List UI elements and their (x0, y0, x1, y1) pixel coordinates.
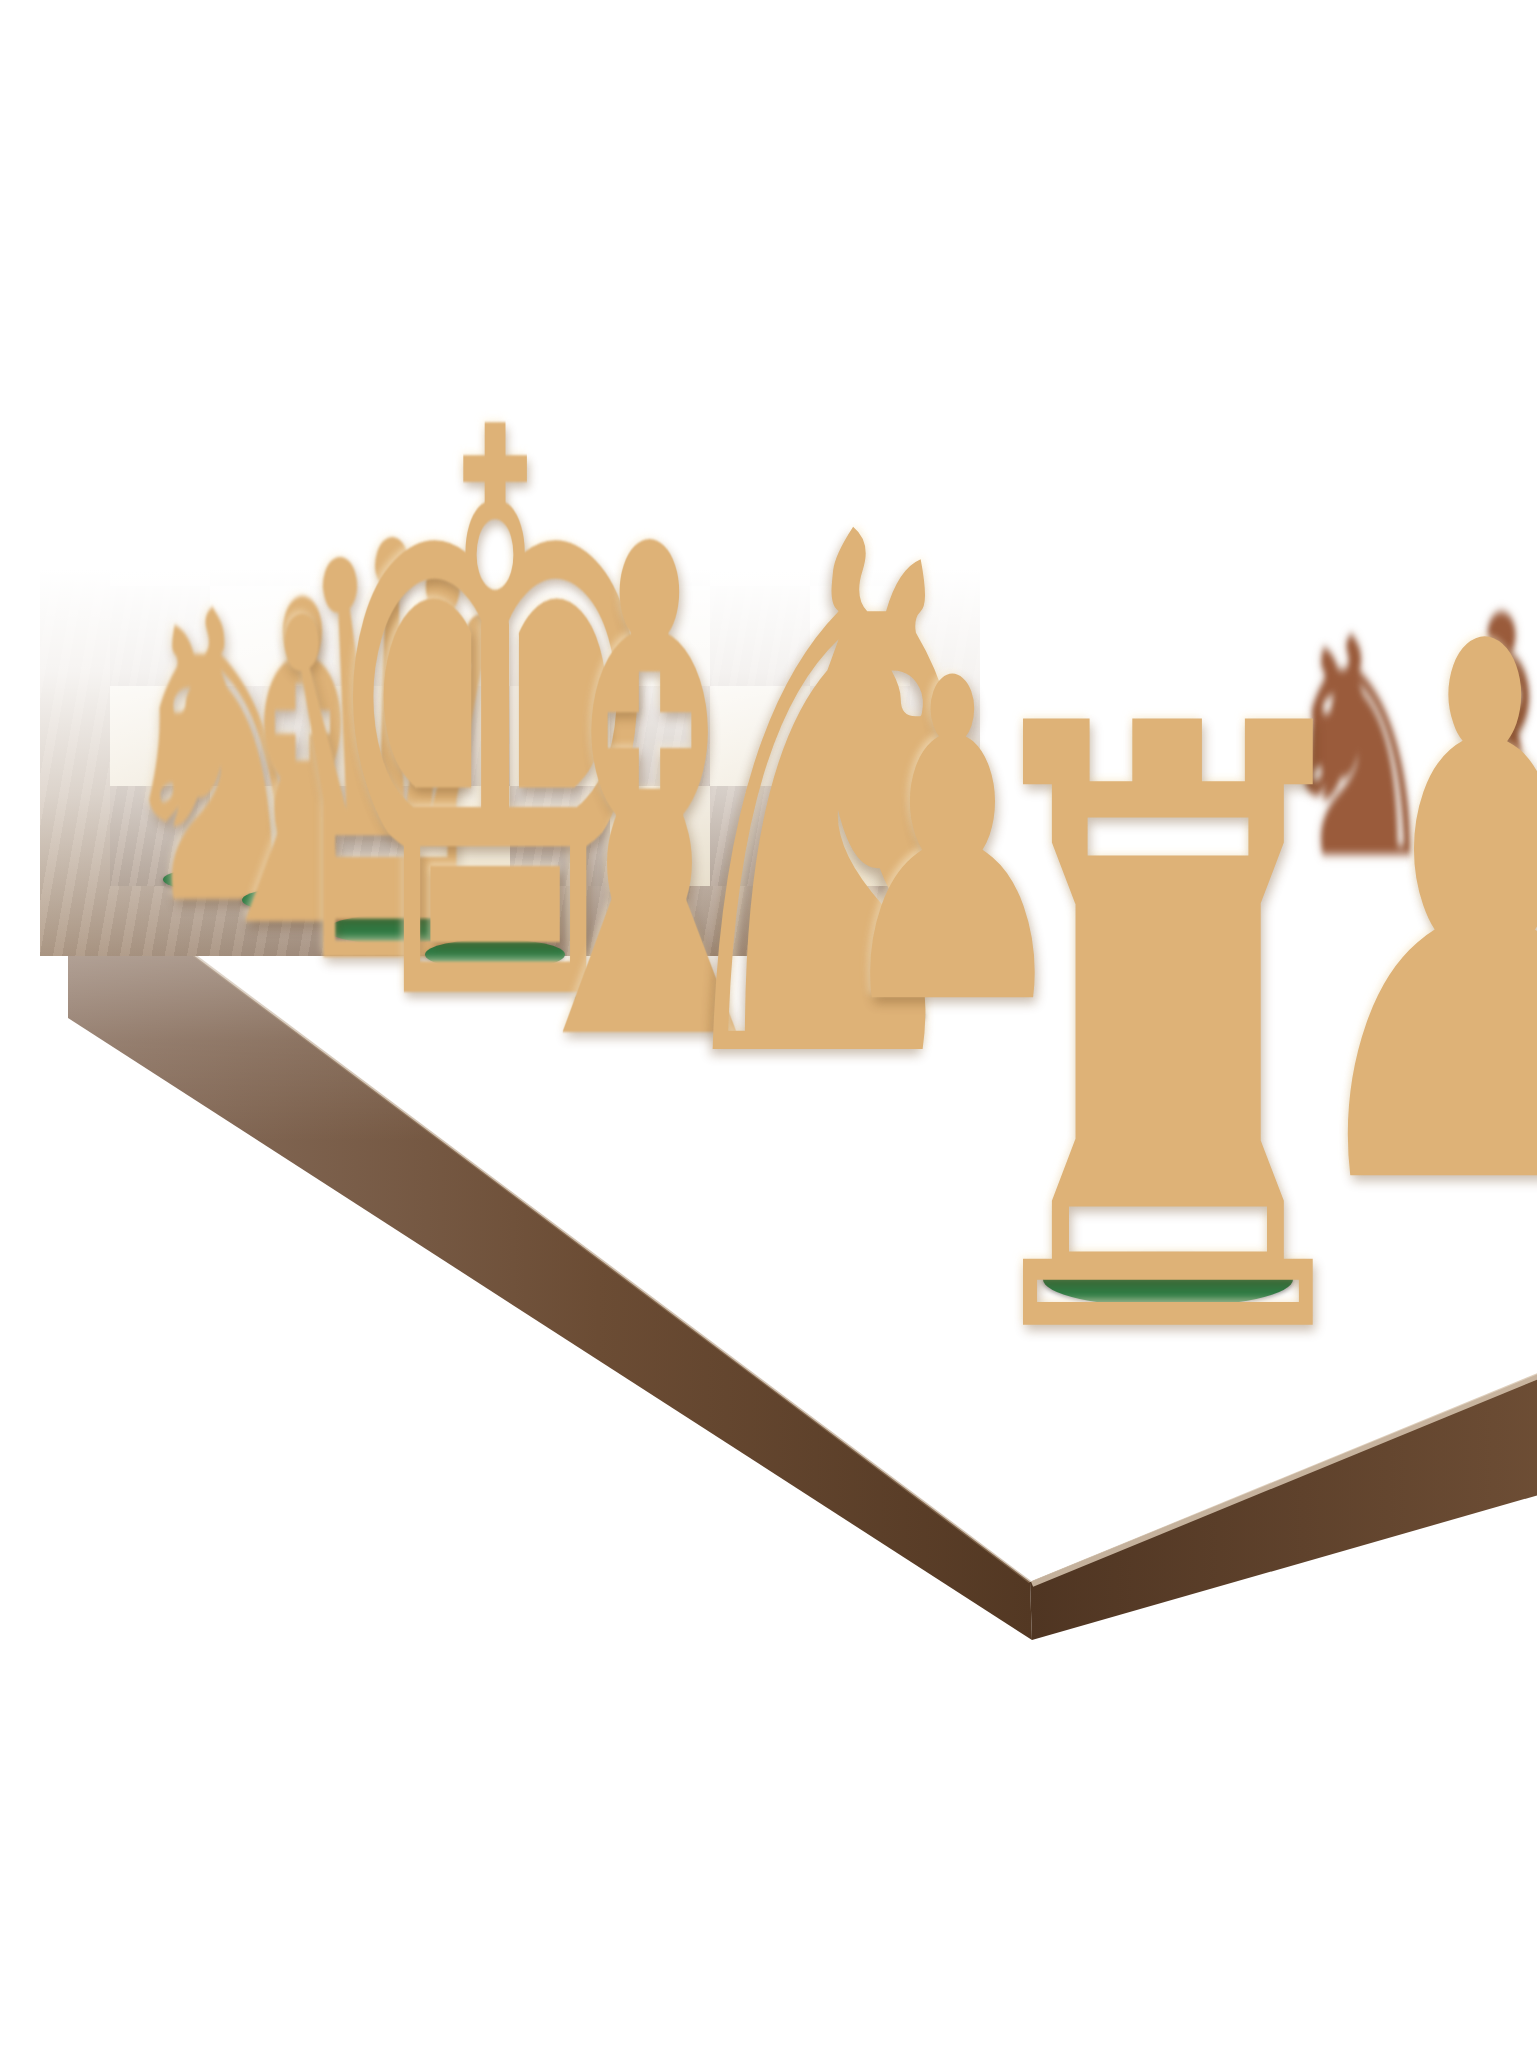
photo-canvas: ♞♝♛♚♝♞♜♟♟♞♝ Wooden Staunton chess set at… (40, 16, 1537, 2048)
square-f8 (610, 86, 710, 186)
square-a5 (110, 386, 210, 486)
square-c8 (310, 86, 410, 186)
square-h7 (810, 186, 910, 286)
square-h6 (810, 286, 910, 386)
square-a8 (110, 86, 210, 186)
square-g7 (710, 186, 810, 286)
square-g6 (710, 286, 810, 386)
square-g8 (710, 86, 810, 186)
white-rook-h1: ♜ (911, 622, 1426, 1452)
square-b7 (210, 186, 310, 286)
square-a7 (110, 186, 210, 286)
square-a6 (110, 286, 210, 386)
square-h8 (810, 86, 910, 186)
square-d8 (410, 86, 510, 186)
square-e8 (510, 86, 610, 186)
square-b8 (210, 86, 310, 186)
